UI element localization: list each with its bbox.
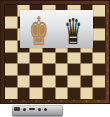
square-e2 xyxy=(56,76,68,87)
piece-slot-white-king: ♚ xyxy=(21,10,57,48)
square-b2 xyxy=(18,76,30,87)
square-c3 xyxy=(30,64,42,75)
clock-button-icon xyxy=(23,108,26,111)
square-f2 xyxy=(68,76,80,87)
square-a1 xyxy=(5,88,17,99)
clock-button-icon xyxy=(44,108,47,111)
file-label-f: f xyxy=(68,99,81,104)
square-e1 xyxy=(56,88,68,99)
file-label-e: e xyxy=(55,99,68,104)
file-label-c: c xyxy=(30,99,43,104)
rank-labels: 87654321 xyxy=(105,5,110,99)
square-a5 xyxy=(5,41,17,52)
square-a4 xyxy=(5,53,17,64)
square-g4 xyxy=(81,53,93,64)
square-h1 xyxy=(93,88,105,99)
rank-label-1: 1 xyxy=(107,87,109,99)
square-h8 xyxy=(93,5,105,16)
square-d3 xyxy=(43,64,55,75)
square-f1 xyxy=(68,88,80,99)
rank-label-6: 6 xyxy=(107,29,109,41)
rank-label-3: 3 xyxy=(107,64,109,76)
square-b3 xyxy=(18,64,30,75)
file-label-d: d xyxy=(43,99,56,104)
file-label-a: a xyxy=(5,99,18,104)
file-label-g: g xyxy=(80,99,93,104)
chess-board: abcdefgh 87654321 ♚♛♝♞♜♟ xyxy=(0,0,110,104)
square-e4 xyxy=(56,53,68,64)
square-d1 xyxy=(43,88,55,99)
white-king-icon: ♚ xyxy=(29,15,49,47)
square-d4 xyxy=(43,53,55,64)
file-label-h: h xyxy=(93,99,106,104)
square-b1 xyxy=(18,88,30,99)
square-f4 xyxy=(68,53,80,64)
file-label-b: b xyxy=(18,99,31,104)
square-g3 xyxy=(81,64,93,75)
square-h6 xyxy=(93,29,105,40)
square-a3 xyxy=(5,64,17,75)
square-c4 xyxy=(30,53,42,64)
piece-slot-black-queen: ♛ xyxy=(57,10,89,48)
square-b4 xyxy=(18,53,30,64)
clock-controls xyxy=(14,107,61,111)
square-h2 xyxy=(93,76,105,87)
square-g1 xyxy=(81,88,93,99)
clock-button-icon xyxy=(29,108,35,110)
clock-button-icon xyxy=(38,108,41,111)
square-a2 xyxy=(5,76,17,87)
inset-photo: ♚♛♝♞♜♟ xyxy=(20,10,93,48)
piece-slot-white-bishop: ♝ xyxy=(89,10,93,48)
square-a7 xyxy=(5,17,17,28)
chess-clock xyxy=(12,105,63,116)
rank-label-5: 5 xyxy=(107,40,109,52)
square-h5 xyxy=(93,41,105,52)
square-h3 xyxy=(93,64,105,75)
square-a8 xyxy=(5,5,17,16)
square-h4 xyxy=(93,53,105,64)
rank-label-7: 7 xyxy=(107,17,109,29)
rank-label-4: 4 xyxy=(107,52,109,64)
square-c2 xyxy=(30,76,42,87)
square-h7 xyxy=(93,17,105,28)
square-a6 xyxy=(5,29,17,40)
square-c1 xyxy=(30,88,42,99)
square-f3 xyxy=(68,64,80,75)
rank-label-8: 8 xyxy=(107,5,109,17)
square-g2 xyxy=(81,76,93,87)
square-d2 xyxy=(43,76,55,87)
clock-display-icon xyxy=(14,107,20,111)
rank-label-2: 2 xyxy=(107,76,109,88)
black-queen-icon: ♛ xyxy=(64,18,82,47)
file-labels: abcdefgh xyxy=(5,99,105,104)
square-e3 xyxy=(56,64,68,75)
